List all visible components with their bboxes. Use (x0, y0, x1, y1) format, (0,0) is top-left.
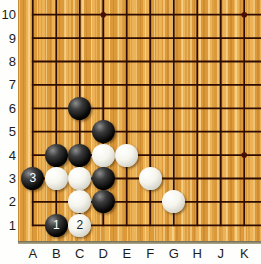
stone-white-d4 (92, 144, 115, 167)
stone-black-c4 (68, 144, 91, 167)
stone-move-number: 2 (76, 219, 83, 231)
row-label-5: 5 (0, 124, 16, 139)
stone-white-e4 (115, 144, 138, 167)
col-label-b: B (48, 246, 64, 262)
stone-black-d2 (92, 190, 115, 213)
go-board-diagram: 312 10987654321ABCDEFGHJK (0, 0, 261, 264)
row-label-2: 2 (0, 194, 16, 209)
stone-white-g2 (162, 190, 185, 213)
col-label-h: H (189, 246, 205, 262)
col-label-j: J (213, 246, 229, 262)
stone-white-c1: 2 (68, 214, 91, 237)
row-label-7: 7 (0, 77, 16, 92)
stone-white-b3 (45, 167, 68, 190)
stone-white-c3 (68, 167, 91, 190)
row-label-3: 3 (0, 171, 16, 186)
row-label-1: 1 (0, 218, 16, 233)
row-label-10: 10 (0, 7, 16, 22)
stone-black-b4 (45, 144, 68, 167)
stone-move-number: 1 (53, 219, 60, 231)
stones-grid: 312 (21, 3, 256, 237)
col-label-k: K (236, 246, 252, 262)
row-label-8: 8 (0, 54, 16, 69)
stone-black-c6 (68, 97, 91, 120)
col-label-e: E (119, 246, 135, 262)
row-label-9: 9 (0, 31, 16, 46)
stone-white-c2 (68, 190, 91, 213)
stone-black-a3: 3 (21, 167, 44, 190)
row-label-6: 6 (0, 101, 16, 116)
stone-black-d3 (92, 167, 115, 190)
col-label-f: F (142, 246, 158, 262)
stone-black-d5 (92, 120, 115, 143)
stone-black-b1: 1 (45, 214, 68, 237)
row-label-4: 4 (0, 148, 16, 163)
col-label-g: G (166, 246, 182, 262)
col-label-c: C (72, 246, 88, 262)
col-label-a: A (25, 246, 41, 262)
col-label-d: D (95, 246, 111, 262)
stone-move-number: 3 (29, 172, 36, 184)
stone-white-f3 (139, 167, 162, 190)
